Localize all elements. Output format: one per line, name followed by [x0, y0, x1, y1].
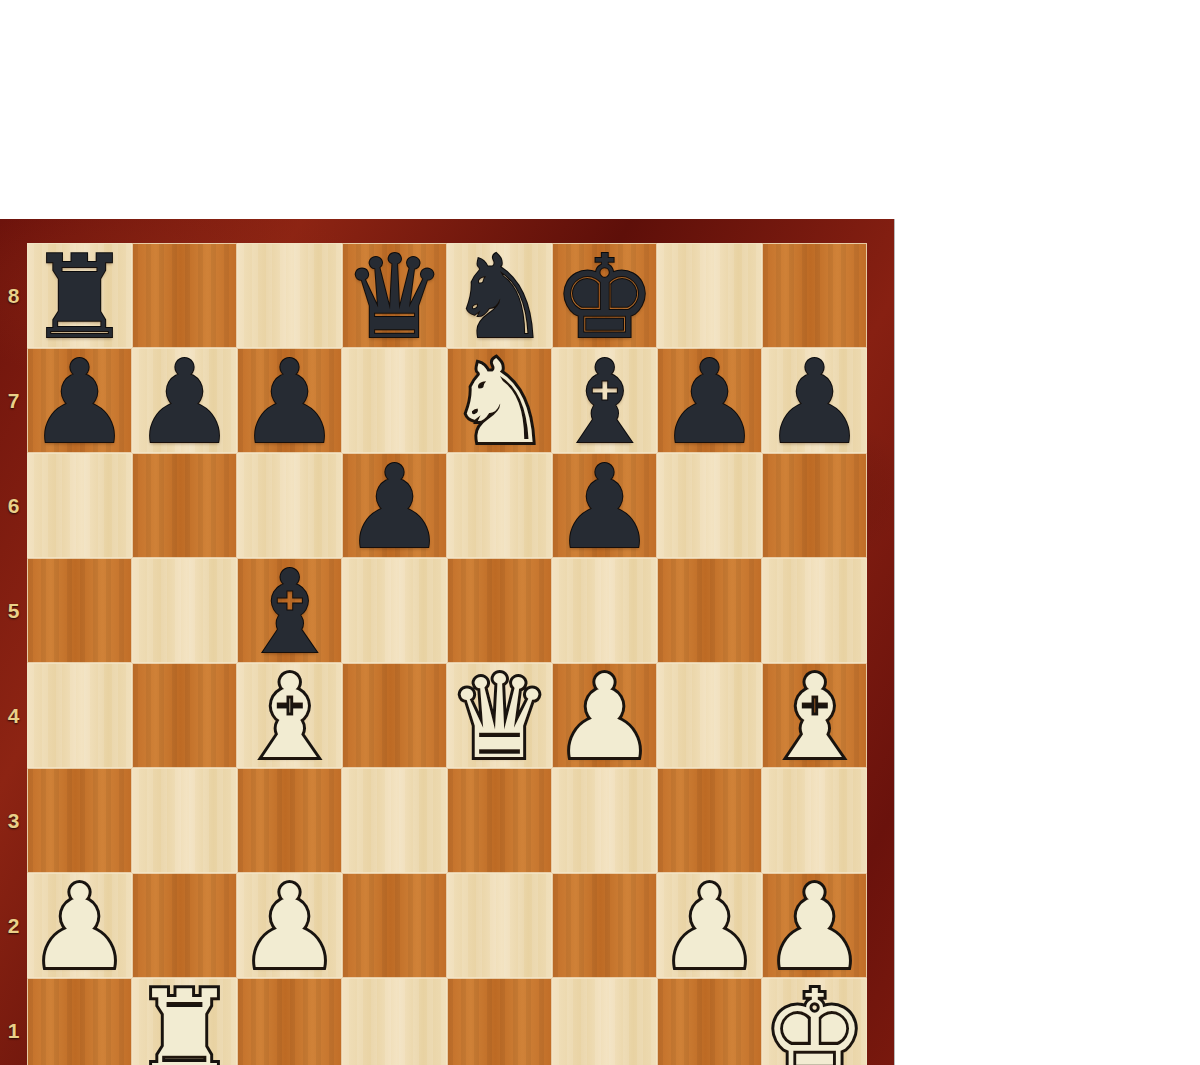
square-a7[interactable]: ♟ — [27, 348, 132, 453]
square-c2[interactable]: ♟ — [237, 873, 342, 978]
square-a1[interactable] — [27, 978, 132, 1065]
square-h8[interactable] — [762, 243, 867, 348]
square-c7[interactable]: ♟ — [237, 348, 342, 453]
square-g4[interactable] — [657, 663, 762, 768]
black-pawn-h7[interactable]: ♟ — [763, 345, 866, 460]
square-e1[interactable] — [447, 978, 552, 1065]
square-g5[interactable] — [657, 558, 762, 663]
rank-label-2: 2 — [0, 873, 27, 978]
square-c1[interactable] — [237, 978, 342, 1065]
white-queen-e4[interactable]: ♛ — [448, 660, 551, 775]
square-f5[interactable] — [552, 558, 657, 663]
square-a8[interactable]: ♜ — [27, 243, 132, 348]
square-h6[interactable] — [762, 453, 867, 558]
black-pawn-b7[interactable]: ♟ — [133, 345, 236, 460]
square-c3[interactable] — [237, 768, 342, 873]
white-pawn-f4[interactable]: ♟ — [553, 660, 656, 775]
white-pawn-a2[interactable]: ♟ — [28, 870, 131, 985]
square-b4[interactable] — [132, 663, 237, 768]
rank-label-5: 5 — [0, 558, 27, 663]
square-e7[interactable]: ♞ — [447, 348, 552, 453]
square-b7[interactable]: ♟ — [132, 348, 237, 453]
square-f3[interactable] — [552, 768, 657, 873]
white-king-h1[interactable]: ♚ — [763, 975, 866, 1065]
black-pawn-a7[interactable]: ♟ — [28, 345, 131, 460]
square-c5[interactable]: ♝ — [237, 558, 342, 663]
white-pawn-c2[interactable]: ♟ — [238, 870, 341, 985]
square-h2[interactable]: ♟ — [762, 873, 867, 978]
square-e8[interactable]: ♞ — [447, 243, 552, 348]
square-h5[interactable] — [762, 558, 867, 663]
square-g8[interactable] — [657, 243, 762, 348]
black-pawn-d6[interactable]: ♟ — [343, 450, 446, 565]
square-d6[interactable]: ♟ — [342, 453, 447, 558]
black-pawn-f6[interactable]: ♟ — [553, 450, 656, 565]
rank-label-8: 8 — [0, 243, 27, 348]
square-e4[interactable]: ♛ — [447, 663, 552, 768]
board-grid: ♜♛♞♚♟♟♟♞♝♟♟♟♟♝♝♛♟♝♟♟♟♟♜♚ — [27, 243, 867, 1065]
square-b6[interactable] — [132, 453, 237, 558]
square-b8[interactable] — [132, 243, 237, 348]
square-e6[interactable] — [447, 453, 552, 558]
square-d2[interactable] — [342, 873, 447, 978]
square-h4[interactable]: ♝ — [762, 663, 867, 768]
chess-board: 87654321 ♜♛♞♚♟♟♟♞♝♟♟♟♟♝♝♛♟♝♟♟♟♟♜♚ — [0, 219, 895, 1065]
white-pawn-g2[interactable]: ♟ — [658, 870, 761, 985]
square-d8[interactable]: ♛ — [342, 243, 447, 348]
square-h7[interactable]: ♟ — [762, 348, 867, 453]
square-a6[interactable] — [27, 453, 132, 558]
rank-label-3: 3 — [0, 768, 27, 873]
white-knight-e7[interactable]: ♞ — [448, 345, 551, 460]
black-queen-d8[interactable]: ♛ — [343, 240, 446, 355]
square-f2[interactable] — [552, 873, 657, 978]
square-f4[interactable]: ♟ — [552, 663, 657, 768]
square-g3[interactable] — [657, 768, 762, 873]
square-a3[interactable] — [27, 768, 132, 873]
square-c4[interactable]: ♝ — [237, 663, 342, 768]
rank-label-6: 6 — [0, 453, 27, 558]
white-bishop-h4[interactable]: ♝ — [763, 660, 866, 775]
rank-label-7: 7 — [0, 348, 27, 453]
square-e5[interactable] — [447, 558, 552, 663]
square-b5[interactable] — [132, 558, 237, 663]
square-b2[interactable] — [132, 873, 237, 978]
square-h3[interactable] — [762, 768, 867, 873]
rank-label-1: 1 — [0, 978, 27, 1065]
white-rook-b1[interactable]: ♜ — [133, 975, 236, 1065]
square-f8[interactable]: ♚ — [552, 243, 657, 348]
square-c8[interactable] — [237, 243, 342, 348]
black-pawn-c7[interactable]: ♟ — [238, 345, 341, 460]
square-e2[interactable] — [447, 873, 552, 978]
square-a4[interactable] — [27, 663, 132, 768]
black-pawn-g7[interactable]: ♟ — [658, 345, 761, 460]
square-g6[interactable] — [657, 453, 762, 558]
page: 87654321 ♜♛♞♚♟♟♟♞♝♟♟♟♟♝♝♛♟♝♟♟♟♟♜♚ — [0, 0, 1200, 1065]
square-b3[interactable] — [132, 768, 237, 873]
square-d4[interactable] — [342, 663, 447, 768]
square-g2[interactable]: ♟ — [657, 873, 762, 978]
square-f1[interactable] — [552, 978, 657, 1065]
square-d5[interactable] — [342, 558, 447, 663]
white-bishop-c4[interactable]: ♝ — [238, 660, 341, 775]
square-c6[interactable] — [237, 453, 342, 558]
square-f7[interactable]: ♝ — [552, 348, 657, 453]
square-f6[interactable]: ♟ — [552, 453, 657, 558]
square-a5[interactable] — [27, 558, 132, 663]
square-d3[interactable] — [342, 768, 447, 873]
square-e3[interactable] — [447, 768, 552, 873]
square-h1[interactable]: ♚ — [762, 978, 867, 1065]
square-g7[interactable]: ♟ — [657, 348, 762, 453]
square-g1[interactable] — [657, 978, 762, 1065]
square-d1[interactable] — [342, 978, 447, 1065]
rank-label-4: 4 — [0, 663, 27, 768]
square-b1[interactable]: ♜ — [132, 978, 237, 1065]
square-a2[interactable]: ♟ — [27, 873, 132, 978]
square-d7[interactable] — [342, 348, 447, 453]
